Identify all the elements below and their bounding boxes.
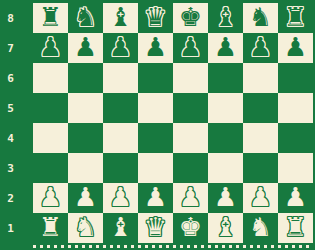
black-pawn: ♟ [68,33,103,63]
white-king: ♚ [173,213,208,243]
black-pawn: ♟ [243,33,278,63]
black-pawn: ♟ [138,33,173,63]
rank-label: 5 [0,93,33,123]
square-c2[interactable]: ♟ [103,183,138,213]
square-b2[interactable]: ♟ [68,183,103,213]
square-g8[interactable]: ♞ [243,3,278,33]
square-e2[interactable]: ♟ [173,183,208,213]
square-c4[interactable] [103,123,138,153]
square-h7[interactable]: ♟ [278,33,313,63]
square-d8[interactable]: ♛ [138,3,173,33]
white-rook: ♜ [33,213,68,243]
square-f1[interactable]: ♝ [208,213,243,243]
square-g7[interactable]: ♟ [243,33,278,63]
square-b1[interactable]: ♞ [68,213,103,243]
white-pawn: ♟ [278,183,313,213]
square-c1[interactable]: ♝ [103,213,138,243]
chess-board: ♜♞♝♛♚♝♞♜♟♟♟♟♟♟♟♟♟♟♟♟♟♟♟♟♜♞♝♛♚♝♞♜ [33,3,313,243]
rank-label: 6 [0,63,33,93]
white-queen: ♛ [138,213,173,243]
white-pawn: ♟ [103,183,138,213]
square-g6[interactable] [243,63,278,93]
square-h2[interactable]: ♟ [278,183,313,213]
square-h8[interactable]: ♜ [278,3,313,33]
rank-label: 3 [0,153,33,183]
square-f7[interactable]: ♟ [208,33,243,63]
square-d1[interactable]: ♛ [138,213,173,243]
square-g5[interactable] [243,93,278,123]
square-a8[interactable]: ♜ [33,3,68,33]
black-knight: ♞ [68,3,103,33]
square-f3[interactable] [208,153,243,183]
rank-label: 7 [0,33,33,63]
square-e5[interactable] [173,93,208,123]
square-d4[interactable] [138,123,173,153]
square-d6[interactable] [138,63,173,93]
square-h5[interactable] [278,93,313,123]
square-b3[interactable] [68,153,103,183]
white-bishop: ♝ [103,213,138,243]
square-a2[interactable]: ♟ [33,183,68,213]
white-pawn: ♟ [68,183,103,213]
square-c5[interactable] [103,93,138,123]
white-pawn: ♟ [243,183,278,213]
board-bottom-dotted-line [33,245,313,248]
square-b6[interactable] [68,63,103,93]
white-pawn: ♟ [33,183,68,213]
black-rook: ♜ [278,3,313,33]
square-h6[interactable] [278,63,313,93]
white-pawn: ♟ [138,183,173,213]
rank-label: 4 [0,123,33,153]
square-g4[interactable] [243,123,278,153]
white-rook: ♜ [278,213,313,243]
rank-labels-column: 87654321 [0,3,33,243]
square-a1[interactable]: ♜ [33,213,68,243]
square-b7[interactable]: ♟ [68,33,103,63]
white-bishop: ♝ [208,213,243,243]
square-b5[interactable] [68,93,103,123]
square-e8[interactable]: ♚ [173,3,208,33]
white-pawn: ♟ [173,183,208,213]
square-a7[interactable]: ♟ [33,33,68,63]
square-g3[interactable] [243,153,278,183]
rank-label: 1 [0,213,33,243]
square-f2[interactable]: ♟ [208,183,243,213]
black-knight: ♞ [243,3,278,33]
square-g2[interactable]: ♟ [243,183,278,213]
rank-label: 2 [0,183,33,213]
black-pawn: ♟ [278,33,313,63]
square-a6[interactable] [33,63,68,93]
black-pawn: ♟ [208,33,243,63]
square-d3[interactable] [138,153,173,183]
square-e6[interactable] [173,63,208,93]
square-f4[interactable] [208,123,243,153]
black-bishop: ♝ [103,3,138,33]
square-e4[interactable] [173,123,208,153]
square-h4[interactable] [278,123,313,153]
square-a4[interactable] [33,123,68,153]
square-g1[interactable]: ♞ [243,213,278,243]
black-pawn: ♟ [173,33,208,63]
rank-label: 8 [0,3,33,33]
black-pawn: ♟ [103,33,138,63]
square-d7[interactable]: ♟ [138,33,173,63]
square-a3[interactable] [33,153,68,183]
square-e3[interactable] [173,153,208,183]
black-rook: ♜ [33,3,68,33]
square-f6[interactable] [208,63,243,93]
black-pawn: ♟ [33,33,68,63]
square-c8[interactable]: ♝ [103,3,138,33]
white-pawn: ♟ [208,183,243,213]
black-bishop: ♝ [208,3,243,33]
square-e7[interactable]: ♟ [173,33,208,63]
square-c7[interactable]: ♟ [103,33,138,63]
black-king: ♚ [173,3,208,33]
square-a5[interactable] [33,93,68,123]
square-f8[interactable]: ♝ [208,3,243,33]
square-h1[interactable]: ♜ [278,213,313,243]
square-c6[interactable] [103,63,138,93]
white-knight: ♞ [68,213,103,243]
square-c3[interactable] [103,153,138,183]
chess-app-window: 87654321 ♜♞♝♛♚♝♞♜♟♟♟♟♟♟♟♟♟♟♟♟♟♟♟♟♜♞♝♛♚♝♞… [0,0,315,250]
square-d5[interactable] [138,93,173,123]
black-queen: ♛ [138,3,173,33]
square-b4[interactable] [68,123,103,153]
square-d2[interactable]: ♟ [138,183,173,213]
square-b8[interactable]: ♞ [68,3,103,33]
white-knight: ♞ [243,213,278,243]
square-h3[interactable] [278,153,313,183]
square-e1[interactable]: ♚ [173,213,208,243]
square-f5[interactable] [208,93,243,123]
